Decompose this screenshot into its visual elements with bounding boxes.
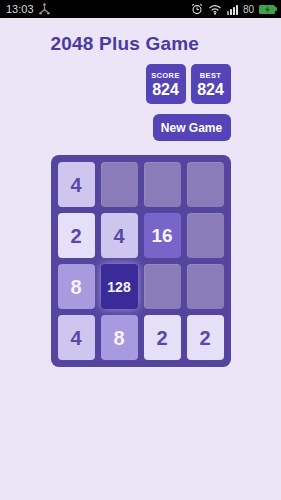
tile-2-r4c3: 2	[144, 315, 181, 360]
tile-4-r1c1: 4	[58, 162, 95, 207]
usb-debug-icon	[39, 3, 50, 15]
score-label: SCORE	[151, 71, 180, 80]
clock-time: 13:03	[6, 0, 34, 18]
empty-cell-r3c3	[144, 264, 181, 309]
alarm-icon	[191, 3, 203, 15]
battery-percent: 80	[243, 4, 254, 15]
tile-8-r4c2: 8	[101, 315, 138, 360]
best-value: 824	[197, 82, 224, 98]
tile-4-r4c1: 4	[58, 315, 95, 360]
empty-cell-r1c2	[101, 162, 138, 207]
wifi-icon	[208, 4, 222, 15]
new-game-button[interactable]: New Game	[153, 114, 231, 141]
phone-screen: 13:03	[0, 0, 281, 500]
battery-icon	[259, 5, 275, 14]
empty-cell-r1c3	[144, 162, 181, 207]
best-label: BEST	[200, 71, 222, 80]
score-value: 824	[152, 82, 179, 98]
tile-2-r2c1: 2	[58, 213, 95, 258]
page-title: 2048 Plus Game	[51, 33, 231, 55]
board-grid[interactable]: 4241681284822	[51, 155, 231, 367]
tile-128-r3c2: 128	[101, 264, 138, 309]
app-area: 2048 Plus Game SCORE 824 BEST 824 New Ga…	[0, 18, 281, 367]
score-box: SCORE 824	[146, 64, 186, 104]
scoreboard: SCORE 824 BEST 824	[51, 64, 231, 104]
status-bar: 13:03	[0, 0, 281, 18]
tile-8-r3c1: 8	[58, 264, 95, 309]
empty-cell-r1c4	[187, 162, 224, 207]
empty-cell-r3c4	[187, 264, 224, 309]
tile-4-r2c2: 4	[101, 213, 138, 258]
empty-cell-r2c4	[187, 213, 224, 258]
signal-bars-icon	[227, 4, 238, 15]
tile-2-r4c4: 2	[187, 315, 224, 360]
tile-16-r2c3: 16	[144, 213, 181, 258]
best-box: BEST 824	[191, 64, 231, 104]
